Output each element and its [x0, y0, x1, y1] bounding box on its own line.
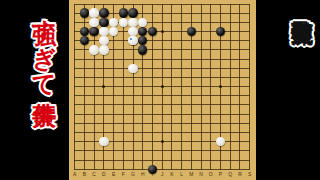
white-stone	[109, 27, 118, 36]
coordinate-label: N	[199, 172, 203, 177]
coordinate-label: A	[73, 172, 76, 177]
coordinate-label: S	[248, 172, 251, 177]
white-stone	[99, 137, 108, 146]
grid-line-horizontal	[74, 160, 250, 161]
coordinate-label: F	[122, 172, 125, 177]
white-stone	[128, 64, 137, 73]
star-point	[102, 85, 105, 88]
black-stone	[128, 8, 137, 17]
coordinate-label: K	[170, 172, 173, 177]
grid-line-horizontal	[74, 95, 250, 96]
black-stone	[99, 8, 108, 17]
grid-line-horizontal	[74, 132, 250, 133]
black-stone	[80, 27, 89, 36]
coordinate-label: R	[238, 172, 242, 177]
grid-line-horizontal	[74, 123, 250, 124]
black-stone	[89, 27, 98, 36]
coordinate-label: Q	[228, 172, 232, 177]
star-point	[161, 140, 164, 143]
last-move-marker	[129, 37, 133, 41]
grid-line-vertical	[201, 4, 202, 170]
grid-line-vertical	[249, 4, 250, 170]
white-stone	[128, 36, 137, 45]
black-stone	[148, 165, 157, 174]
grid-line-horizontal	[74, 114, 250, 115]
go-board: ABCDEFGHIJKLMNOPQRS	[69, 0, 256, 180]
star-point	[161, 85, 164, 88]
left-caption-text: 強すぎて大事件	[24, 0, 64, 180]
white-stone	[89, 45, 98, 54]
black-stone	[216, 27, 225, 36]
black-stone	[138, 36, 147, 45]
coordinate-label: D	[102, 172, 106, 177]
coordinate-label: C	[92, 172, 96, 177]
black-stone	[80, 36, 89, 45]
grid-line-vertical	[230, 4, 231, 170]
white-stone	[99, 36, 108, 45]
coordinate-label: L	[180, 172, 183, 177]
black-stone	[80, 8, 89, 17]
grid-line-horizontal	[74, 150, 250, 151]
coordinate-label: B	[83, 172, 86, 177]
black-stone	[119, 8, 128, 17]
right-caption-text: 仲邑菫女流棋聖	[286, 0, 318, 180]
white-stone	[109, 18, 118, 27]
black-stone	[187, 27, 196, 36]
white-stone	[99, 45, 108, 54]
white-stone	[138, 18, 147, 27]
coordinate-label: M	[189, 172, 193, 177]
black-stone	[138, 45, 147, 54]
coordinate-label: J	[161, 172, 164, 177]
black-stone	[99, 18, 108, 27]
white-stone	[89, 8, 98, 17]
white-stone	[89, 18, 98, 27]
coordinate-label: G	[131, 172, 135, 177]
white-stone	[216, 137, 225, 146]
grid-line-horizontal	[74, 169, 250, 170]
white-stone	[119, 18, 128, 27]
star-point	[219, 85, 222, 88]
coordinate-label: H	[141, 172, 145, 177]
grid-line-vertical	[210, 4, 211, 170]
grid-line-vertical	[171, 4, 172, 170]
black-stone	[138, 27, 147, 36]
white-stone	[99, 27, 108, 36]
black-stone	[148, 27, 157, 36]
video-thumbnail-frame: ABCDEFGHIJKLMNOPQRS 強すぎて大事件 仲邑菫女流棋聖	[0, 0, 320, 180]
star-point	[161, 30, 164, 33]
coordinate-label: P	[219, 172, 222, 177]
white-stone	[128, 27, 137, 36]
grid-line-vertical	[181, 4, 182, 170]
coordinate-label: O	[209, 172, 213, 177]
white-stone	[128, 18, 137, 27]
grid-line-vertical	[239, 4, 240, 170]
grid-line-horizontal	[74, 104, 250, 105]
coordinate-label: E	[112, 172, 115, 177]
